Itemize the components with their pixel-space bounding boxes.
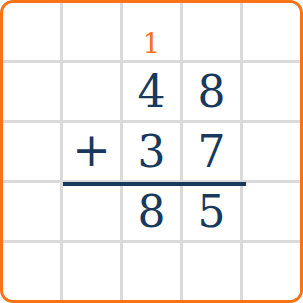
empty-cell-r1c1: [63, 63, 120, 120]
addend2-ones-digit: 7: [183, 123, 240, 180]
empty-cell-r0c1: [63, 3, 120, 60]
addend2-tens-digit: 3: [123, 123, 180, 180]
addend1-tens-digit: 4: [123, 63, 180, 120]
carry-digit: 1: [123, 3, 180, 60]
answer-line: [63, 182, 246, 187]
empty-cell-r0c4: [243, 3, 300, 60]
sum-ones-digit: 5: [183, 183, 240, 240]
empty-cell-r4c2: [123, 243, 180, 300]
sum-tens-digit: 8: [123, 183, 180, 240]
empty-cell-r2c0: [3, 123, 60, 180]
empty-cell-r4c1: [63, 243, 120, 300]
empty-cell-r1c0: [3, 63, 60, 120]
empty-cell-r4c3: [183, 243, 240, 300]
empty-cell-r3c4: [243, 183, 300, 240]
empty-cell-r0c0: [3, 3, 60, 60]
empty-cell-r3c0: [3, 183, 60, 240]
addend1-ones-digit: 8: [183, 63, 240, 120]
empty-cell-r3c1: [63, 183, 120, 240]
plus-operator: +: [63, 123, 120, 180]
empty-cell-r4c0: [3, 243, 60, 300]
empty-cell-r1c4: [243, 63, 300, 120]
worksheet-grid: 1 4 8 + 3 7 8 5: [3, 3, 300, 300]
empty-cell-r4c4: [243, 243, 300, 300]
addition-worksheet-board: 1 4 8 + 3 7 8 5: [0, 0, 303, 303]
empty-cell-r0c3: [183, 3, 240, 60]
empty-cell-r2c4: [243, 123, 300, 180]
